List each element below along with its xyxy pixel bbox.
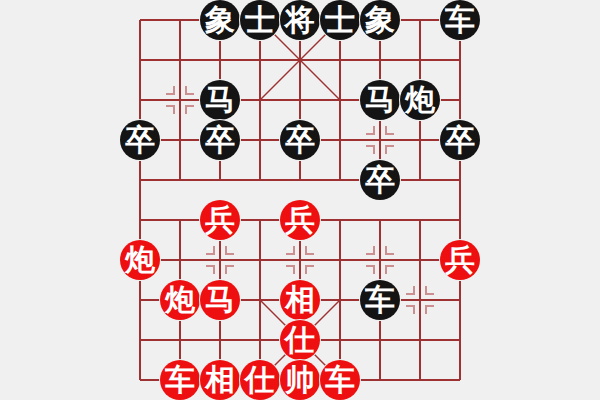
- piece-red-soldier[interactable]: 兵: [440, 240, 480, 280]
- piece-black-chariot[interactable]: 车: [360, 280, 400, 320]
- piece-red-cannon[interactable]: 炮: [120, 240, 160, 280]
- point-marker: [366, 246, 394, 274]
- piece-black-soldier[interactable]: 卒: [280, 120, 320, 160]
- piece-red-chariot[interactable]: 车: [160, 360, 200, 400]
- piece-black-soldier[interactable]: 卒: [360, 160, 400, 200]
- point-marker: [206, 246, 234, 274]
- point-marker: [166, 86, 194, 114]
- xiangqi-board: 象士将士象车马马炮卒卒卒卒卒车兵兵炮兵炮马相仕车相仕帅车: [0, 0, 600, 400]
- piece-red-elephant[interactable]: 相: [200, 360, 240, 400]
- piece-black-soldier[interactable]: 卒: [200, 120, 240, 160]
- piece-red-chariot[interactable]: 车: [320, 360, 360, 400]
- piece-black-elephant[interactable]: 象: [200, 0, 240, 40]
- piece-black-elephant[interactable]: 象: [360, 0, 400, 40]
- piece-black-advisor[interactable]: 士: [320, 0, 360, 40]
- piece-black-advisor[interactable]: 士: [240, 0, 280, 40]
- piece-red-cannon[interactable]: 炮: [160, 280, 200, 320]
- piece-black-soldier[interactable]: 卒: [440, 120, 480, 160]
- piece-red-elephant[interactable]: 相: [280, 280, 320, 320]
- point-marker: [406, 286, 434, 314]
- point-marker: [286, 246, 314, 274]
- piece-red-soldier[interactable]: 兵: [200, 200, 240, 240]
- piece-red-advisor[interactable]: 仕: [240, 360, 280, 400]
- piece-black-chariot[interactable]: 车: [440, 0, 480, 40]
- piece-red-advisor[interactable]: 仕: [280, 320, 320, 360]
- piece-black-horse[interactable]: 马: [360, 80, 400, 120]
- piece-red-soldier[interactable]: 兵: [280, 200, 320, 240]
- piece-black-cannon[interactable]: 炮: [400, 80, 440, 120]
- point-marker: [366, 126, 394, 154]
- piece-black-horse[interactable]: 马: [200, 80, 240, 120]
- piece-red-general[interactable]: 帅: [280, 360, 320, 400]
- piece-red-horse[interactable]: 马: [200, 280, 240, 320]
- piece-black-general[interactable]: 将: [280, 0, 320, 40]
- piece-black-soldier[interactable]: 卒: [120, 120, 160, 160]
